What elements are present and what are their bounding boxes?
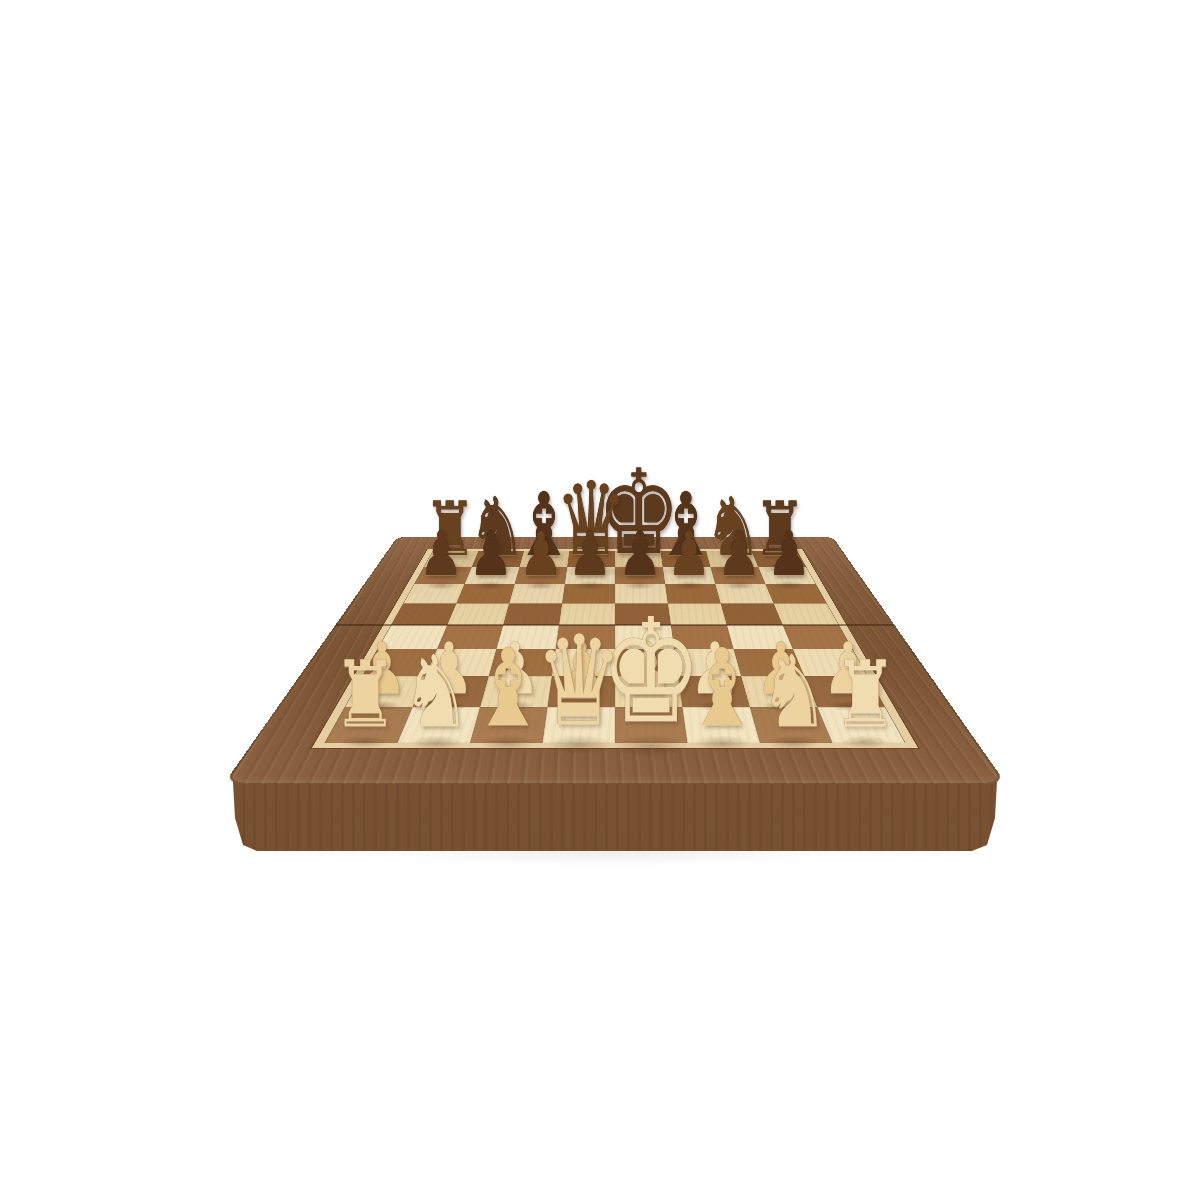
square-e3[interactable]	[615, 649, 678, 676]
square-e6[interactable]	[615, 584, 668, 603]
square-c3[interactable]	[489, 649, 556, 676]
square-b4[interactable]	[437, 625, 503, 649]
square-e1[interactable]	[615, 707, 687, 743]
chess-board	[223, 537, 1006, 785]
square-h8[interactable]	[751, 551, 805, 567]
square-e8[interactable]	[615, 551, 663, 567]
ground-shadow	[280, 838, 940, 864]
square-g4[interactable]	[727, 625, 793, 649]
square-a8[interactable]	[424, 551, 478, 567]
square-d4[interactable]	[556, 625, 615, 649]
square-f7[interactable]	[663, 567, 716, 584]
square-d8[interactable]	[567, 551, 615, 567]
square-f6[interactable]	[665, 584, 721, 603]
square-a6[interactable]	[403, 584, 464, 603]
square-f1[interactable]	[682, 707, 759, 743]
square-g7[interactable]	[710, 567, 765, 584]
square-g8[interactable]	[706, 551, 758, 567]
square-g6[interactable]	[715, 584, 773, 603]
square-e7[interactable]	[615, 567, 665, 584]
square-c1[interactable]	[470, 707, 547, 743]
square-a4[interactable]	[378, 625, 447, 649]
square-b2[interactable]	[413, 676, 489, 707]
square-a7[interactable]	[414, 567, 472, 584]
square-f2[interactable]	[678, 676, 750, 707]
square-d2[interactable]	[547, 676, 614, 707]
square-f4[interactable]	[671, 625, 734, 649]
square-d3[interactable]	[552, 649, 615, 676]
square-f3[interactable]	[674, 649, 741, 676]
square-d6[interactable]	[562, 584, 615, 603]
square-b8[interactable]	[472, 551, 524, 567]
square-c4[interactable]	[496, 625, 559, 649]
square-b7[interactable]	[464, 567, 519, 584]
square-h7[interactable]	[758, 567, 816, 584]
square-d7[interactable]	[565, 567, 615, 584]
square-e5[interactable]	[615, 603, 671, 625]
product-photo-stage: ♜♞♝♚♛♝♞♜♟♟♟♟♟♟♟♟♟♟♟♟♟♟♟♟♜♞♝♚♛♝♞♜	[0, 0, 1200, 1200]
square-c5[interactable]	[503, 603, 562, 625]
square-d5[interactable]	[559, 603, 615, 625]
square-c6[interactable]	[509, 584, 565, 603]
square-g5[interactable]	[721, 603, 783, 625]
square-c8[interactable]	[520, 551, 570, 567]
square-b3[interactable]	[426, 649, 497, 676]
square-c7[interactable]	[515, 567, 568, 584]
square-c2[interactable]	[480, 676, 552, 707]
square-e2[interactable]	[615, 676, 682, 707]
square-a5[interactable]	[391, 603, 456, 625]
square-e4[interactable]	[615, 625, 674, 649]
square-h6[interactable]	[765, 584, 826, 603]
square-f8[interactable]	[660, 551, 710, 567]
square-d1[interactable]	[542, 707, 614, 743]
square-f5[interactable]	[668, 603, 727, 625]
hinge-seam	[335, 624, 895, 625]
square-b6[interactable]	[456, 584, 514, 603]
square-b1[interactable]	[397, 707, 480, 743]
square-b5[interactable]	[447, 603, 509, 625]
square-h5[interactable]	[774, 603, 839, 625]
